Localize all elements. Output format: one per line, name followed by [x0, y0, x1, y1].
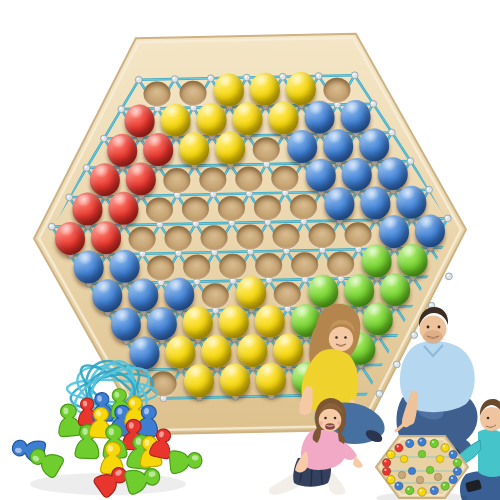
mini-peg-blue: [449, 450, 457, 458]
mini-peg-blue: [395, 482, 403, 490]
mini-peg-blue: [405, 439, 413, 447]
mini-inner-green: [418, 450, 426, 458]
mini-inner-yellow: [400, 455, 408, 463]
mini-inner-green: [426, 466, 434, 474]
mini-inner-blue: [408, 467, 416, 475]
mini-peg-blue: [453, 467, 461, 475]
mini-peg-green: [453, 458, 461, 466]
product-photo-scene: [0, 0, 500, 500]
mini-peg-blue: [418, 438, 426, 446]
mini-peg-yellow: [387, 450, 395, 458]
foreground-layer: [0, 0, 500, 500]
mini-peg-red: [395, 444, 403, 452]
mini-inner-yellow: [436, 455, 444, 463]
mini-peg-red: [382, 467, 390, 475]
spare-pawn-green[interactable]: [169, 448, 203, 473]
mini-peg-green: [405, 486, 413, 494]
mini-peg-yellow: [387, 475, 395, 483]
mini-inner-tan: [434, 473, 442, 481]
mini-peg-green: [441, 482, 449, 490]
mini-peg-yellow: [418, 488, 426, 496]
spare-pawn-green[interactable]: [56, 403, 81, 437]
mini-peg-blue: [430, 486, 438, 494]
mini-peg-red: [382, 458, 390, 466]
mini-inner-tan: [398, 471, 406, 479]
mini-peg-green: [430, 439, 438, 447]
mini-inner-tan: [416, 476, 424, 484]
mini-peg-blue: [449, 475, 457, 483]
mini-peg-yellow: [441, 444, 449, 452]
